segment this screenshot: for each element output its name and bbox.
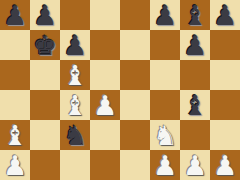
square-r5c5[interactable]: ♟ (150, 150, 180, 180)
square-r2c2[interactable]: ♝ (60, 60, 90, 90)
chess-app-window: ♟♟♟♝♟♚♟♟♝♝♟♝♝♞♞♟♟♟♟ (0, 0, 240, 180)
black-pawn: ♟ (63, 31, 87, 61)
chess-board: ♟♟♟♝♟♚♟♟♝♝♟♝♝♞♞♟♟♟♟ (0, 0, 240, 180)
square-r5c2[interactable] (60, 150, 90, 180)
square-r0c0[interactable]: ♟ (0, 0, 30, 30)
square-r2c0[interactable] (0, 60, 30, 90)
square-r5c1[interactable] (30, 150, 60, 180)
white-pawn: ♟ (183, 151, 207, 180)
square-r4c4[interactable] (120, 120, 150, 150)
square-r5c6[interactable]: ♟ (180, 150, 210, 180)
square-r1c3[interactable] (90, 30, 120, 60)
white-bishop: ♝ (63, 61, 87, 91)
square-r3c5[interactable] (150, 90, 180, 120)
black-bishop: ♝ (183, 1, 207, 31)
black-pawn: ♟ (3, 1, 27, 31)
square-r4c0[interactable]: ♝ (0, 120, 30, 150)
square-r0c2[interactable] (60, 0, 90, 30)
square-r1c4[interactable] (120, 30, 150, 60)
square-r2c4[interactable] (120, 60, 150, 90)
square-r0c6[interactable]: ♝ (180, 0, 210, 30)
square-r2c1[interactable] (30, 60, 60, 90)
square-r5c4[interactable] (120, 150, 150, 180)
black-pawn: ♟ (153, 1, 177, 31)
square-r4c7[interactable] (210, 120, 240, 150)
square-r0c4[interactable] (120, 0, 150, 30)
square-r0c1[interactable]: ♟ (30, 0, 60, 30)
square-r1c2[interactable]: ♟ (60, 30, 90, 60)
black-bishop: ♝ (183, 91, 207, 121)
black-pawn: ♟ (33, 1, 57, 31)
square-r1c0[interactable] (0, 30, 30, 60)
black-pawn: ♟ (213, 1, 237, 31)
white-bishop: ♝ (63, 91, 87, 121)
square-r4c3[interactable] (90, 120, 120, 150)
square-r3c7[interactable] (210, 90, 240, 120)
square-r3c2[interactable]: ♝ (60, 90, 90, 120)
white-pawn: ♟ (93, 91, 117, 121)
white-pawn: ♟ (213, 151, 237, 180)
square-r2c5[interactable] (150, 60, 180, 90)
square-r3c6[interactable]: ♝ (180, 90, 210, 120)
square-r4c1[interactable] (30, 120, 60, 150)
white-pawn: ♟ (153, 151, 177, 180)
square-r0c7[interactable]: ♟ (210, 0, 240, 30)
square-r1c7[interactable] (210, 30, 240, 60)
black-knight: ♞ (63, 121, 87, 151)
square-r3c1[interactable] (30, 90, 60, 120)
square-r2c6[interactable] (180, 60, 210, 90)
white-knight: ♞ (153, 121, 177, 151)
square-r5c0[interactable]: ♟ (0, 150, 30, 180)
white-bishop: ♝ (3, 121, 27, 151)
black-king: ♚ (33, 31, 57, 61)
square-r4c6[interactable] (180, 120, 210, 150)
square-r4c5[interactable]: ♞ (150, 120, 180, 150)
white-pawn: ♟ (3, 151, 27, 180)
square-r3c0[interactable] (0, 90, 30, 120)
square-r1c5[interactable] (150, 30, 180, 60)
square-r1c1[interactable]: ♚ (30, 30, 60, 60)
square-r0c5[interactable]: ♟ (150, 0, 180, 30)
square-r3c3[interactable]: ♟ (90, 90, 120, 120)
square-r2c7[interactable] (210, 60, 240, 90)
square-r2c3[interactable] (90, 60, 120, 90)
square-r4c2[interactable]: ♞ (60, 120, 90, 150)
square-r5c3[interactable] (90, 150, 120, 180)
square-r5c7[interactable]: ♟ (210, 150, 240, 180)
square-r3c4[interactable] (120, 90, 150, 120)
black-pawn: ♟ (183, 31, 207, 61)
square-r0c3[interactable] (90, 0, 120, 30)
square-r1c6[interactable]: ♟ (180, 30, 210, 60)
